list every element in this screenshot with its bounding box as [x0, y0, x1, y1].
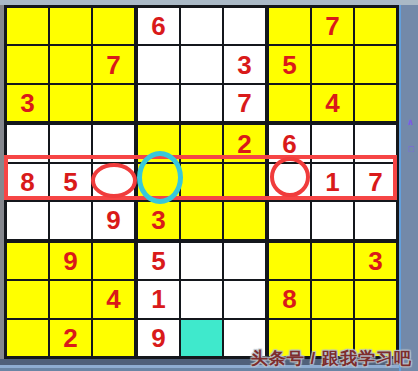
cell-r7c1[interactable] — [7, 243, 48, 279]
cell-r1c7[interactable] — [269, 8, 310, 44]
box-9: 38 — [269, 243, 396, 356]
cell-r7c4[interactable]: 5 — [138, 243, 179, 279]
cell-r9c4[interactable]: 9 — [138, 320, 179, 356]
cell-r1c4[interactable]: 6 — [138, 8, 179, 44]
cell-r3c6[interactable]: 7 — [224, 85, 265, 121]
cell-r8c4[interactable]: 1 — [138, 281, 179, 317]
cell-r5c9[interactable]: 7 — [355, 164, 396, 200]
cell-r4c8[interactable] — [312, 125, 353, 161]
cell-r1c3[interactable] — [93, 8, 134, 44]
cell-r7c9[interactable]: 3 — [355, 243, 396, 279]
cell-r6c4[interactable]: 3 — [138, 202, 179, 238]
cell-r8c8[interactable] — [312, 281, 353, 317]
cell-r6c7[interactable] — [269, 202, 310, 238]
cell-r2c2[interactable] — [50, 46, 91, 82]
cell-r7c5[interactable] — [181, 243, 222, 279]
cell-r6c5[interactable] — [181, 202, 222, 238]
cell-r8c3[interactable]: 4 — [93, 281, 134, 317]
cell-r4c7[interactable]: 6 — [269, 125, 310, 161]
cell-r1c8[interactable]: 7 — [312, 8, 353, 44]
cell-r4c3[interactable] — [93, 125, 134, 161]
cell-r2c4[interactable] — [138, 46, 179, 82]
cell-r3c8[interactable]: 4 — [312, 85, 353, 121]
cell-r9c3[interactable] — [93, 320, 134, 356]
cell-r5c5[interactable] — [181, 164, 222, 200]
cell-r5c8[interactable]: 1 — [312, 164, 353, 200]
cell-r8c2[interactable] — [50, 281, 91, 317]
cell-r6c3[interactable]: 9 — [93, 202, 134, 238]
cell-r4c4[interactable] — [138, 125, 179, 161]
cell-r2c9[interactable] — [355, 46, 396, 82]
box-3: 754 — [269, 8, 396, 121]
cell-r9c1[interactable] — [7, 320, 48, 356]
cell-r3c7[interactable] — [269, 85, 310, 121]
cell-r3c3[interactable] — [93, 85, 134, 121]
box-7: 942 — [7, 243, 134, 356]
cell-r5c3[interactable] — [93, 164, 134, 200]
cell-r2c1[interactable] — [7, 46, 48, 82]
cell-r7c6[interactable] — [224, 243, 265, 279]
cell-r2c3[interactable]: 7 — [93, 46, 134, 82]
cell-r6c9[interactable] — [355, 202, 396, 238]
cell-r8c1[interactable] — [7, 281, 48, 317]
box-8: 519 — [138, 243, 265, 356]
cell-r4c5[interactable] — [181, 125, 222, 161]
cell-r4c2[interactable] — [50, 125, 91, 161]
cell-r3c5[interactable] — [181, 85, 222, 121]
cell-r2c5[interactable] — [181, 46, 222, 82]
cell-r1c1[interactable] — [7, 8, 48, 44]
cell-r8c6[interactable] — [224, 281, 265, 317]
cell-r4c1[interactable] — [7, 125, 48, 161]
cell-r6c1[interactable] — [7, 202, 48, 238]
cell-r5c1[interactable]: 8 — [7, 164, 48, 200]
cell-r7c8[interactable] — [312, 243, 353, 279]
box-5: 23 — [138, 125, 265, 238]
cell-r2c6[interactable]: 3 — [224, 46, 265, 82]
cell-r8c5[interactable] — [181, 281, 222, 317]
cell-r5c2[interactable]: 5 — [50, 164, 91, 200]
box-4: 859 — [7, 125, 134, 238]
cell-r6c8[interactable] — [312, 202, 353, 238]
cell-r8c7[interactable]: 8 — [269, 281, 310, 317]
cell-r1c9[interactable] — [355, 8, 396, 44]
cell-r9c2[interactable]: 2 — [50, 320, 91, 356]
frame-right-band: ∧ □ — [399, 5, 418, 371]
watermark-text: 头条号 / 跟我学习吧 — [251, 347, 412, 370]
cell-r8c9[interactable] — [355, 281, 396, 317]
box-6: 617 — [269, 125, 396, 238]
cell-r1c2[interactable] — [50, 8, 91, 44]
cell-r3c9[interactable] — [355, 85, 396, 121]
box-2: 637 — [138, 8, 265, 121]
sudoku-screenshot: ∧ □ 736377548592361794251938 头条号 / 跟我学习吧 — [0, 0, 418, 371]
cell-r1c6[interactable] — [224, 8, 265, 44]
cell-r2c7[interactable]: 5 — [269, 46, 310, 82]
box-1: 73 — [7, 8, 134, 121]
cell-r7c7[interactable] — [269, 243, 310, 279]
cell-r7c2[interactable]: 9 — [50, 243, 91, 279]
cell-r3c2[interactable] — [50, 85, 91, 121]
cell-r5c7[interactable] — [269, 164, 310, 200]
cell-r5c6[interactable] — [224, 164, 265, 200]
cell-r1c5[interactable] — [181, 8, 222, 44]
cell-r5c4[interactable] — [138, 164, 179, 200]
cell-r6c6[interactable] — [224, 202, 265, 238]
cell-r9c5[interactable] — [181, 320, 222, 356]
margin-fragment-icon: ∧ — [407, 118, 414, 127]
sudoku-board: 736377548592361794251938 — [4, 5, 399, 359]
margin-fragment-icon: □ — [409, 145, 414, 154]
cell-r6c2[interactable] — [50, 202, 91, 238]
cell-r3c4[interactable] — [138, 85, 179, 121]
cell-r4c6[interactable]: 2 — [224, 125, 265, 161]
cell-r3c1[interactable]: 3 — [7, 85, 48, 121]
cell-r4c9[interactable] — [355, 125, 396, 161]
cell-r2c8[interactable] — [312, 46, 353, 82]
cell-r7c3[interactable] — [93, 243, 134, 279]
